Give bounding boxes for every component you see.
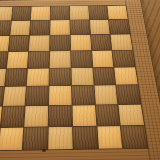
board-square[interactable]: [119, 105, 144, 126]
board-square[interactable]: [72, 105, 96, 126]
board-square[interactable]: [71, 51, 92, 68]
board-square[interactable]: [10, 21, 30, 36]
board-square[interactable]: [29, 35, 49, 51]
board-square[interactable]: [70, 20, 90, 35]
board-square[interactable]: [114, 67, 137, 85]
board-square[interactable]: [49, 86, 71, 105]
board-square[interactable]: [89, 6, 109, 20]
board-square[interactable]: [3, 87, 27, 106]
board-square[interactable]: [27, 68, 49, 86]
board-square[interactable]: [30, 20, 50, 35]
board-square[interactable]: [97, 126, 123, 148]
board-square[interactable]: [95, 105, 120, 126]
board-square[interactable]: [48, 127, 72, 149]
board-square[interactable]: [6, 51, 28, 68]
board-square[interactable]: [92, 50, 114, 67]
board-square[interactable]: [107, 6, 127, 20]
board-square[interactable]: [91, 35, 112, 51]
board-square[interactable]: [5, 68, 28, 86]
board-square[interactable]: [50, 51, 71, 68]
board-square[interactable]: [0, 106, 25, 127]
board-square[interactable]: [8, 36, 29, 52]
board-square[interactable]: [90, 20, 110, 35]
board-square[interactable]: [94, 86, 118, 105]
board-square[interactable]: [26, 86, 49, 105]
board-square[interactable]: [31, 6, 50, 20]
board-square[interactable]: [0, 128, 24, 151]
board-square[interactable]: [49, 106, 72, 127]
board-square[interactable]: [109, 19, 130, 34]
frame-blemish: [42, 149, 46, 152]
board-square[interactable]: [50, 35, 70, 51]
board-square[interactable]: [23, 127, 48, 149]
board-photo: [0, 0, 160, 160]
board-square[interactable]: [116, 85, 140, 104]
board-square[interactable]: [111, 34, 133, 49]
board-square[interactable]: [28, 51, 49, 68]
board-square[interactable]: [70, 6, 89, 20]
board-square[interactable]: [11, 7, 31, 21]
board-square[interactable]: [121, 126, 148, 148]
board-square[interactable]: [112, 50, 134, 67]
board-square[interactable]: [71, 68, 93, 86]
board-square[interactable]: [25, 106, 49, 127]
board-square[interactable]: [0, 7, 12, 21]
board-frame: [0, 0, 160, 160]
board-square[interactable]: [93, 67, 116, 85]
board-square[interactable]: [49, 68, 70, 86]
board-square[interactable]: [72, 86, 95, 105]
board-square[interactable]: [73, 127, 98, 149]
chess-board: [0, 0, 160, 160]
board-square[interactable]: [50, 20, 69, 35]
board-grid: [0, 5, 149, 152]
board-square[interactable]: [70, 35, 90, 51]
board-square[interactable]: [51, 6, 70, 20]
